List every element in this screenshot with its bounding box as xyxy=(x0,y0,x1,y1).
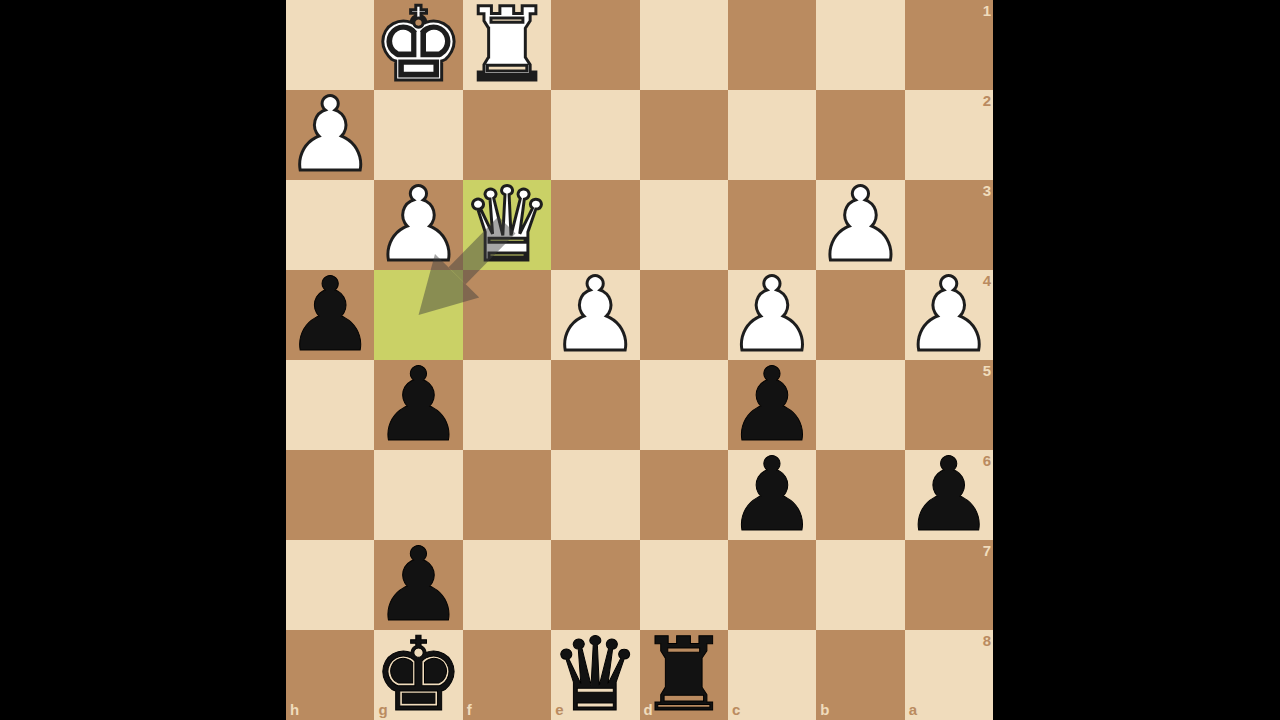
file-label-e: e xyxy=(555,702,563,717)
square-g5[interactable]: ♟ xyxy=(374,360,462,450)
square-h6[interactable] xyxy=(286,450,374,540)
rank-label-7: 7 xyxy=(983,543,991,558)
square-b6[interactable] xyxy=(816,450,904,540)
white-queen-f3[interactable]: ♛ xyxy=(461,174,552,276)
square-a1[interactable]: 1 xyxy=(905,0,993,90)
square-a4[interactable]: 4♟ xyxy=(905,270,993,360)
square-a6[interactable]: 6♟ xyxy=(905,450,993,540)
square-e4[interactable]: ♟ xyxy=(551,270,639,360)
square-b7[interactable] xyxy=(816,540,904,630)
square-b8[interactable]: b xyxy=(816,630,904,720)
video-frame: ♚♜1♟2♟♛♟3♟♟♟4♟♟♟5♟6♟♟7hg♚fe♛d♜cb8a xyxy=(0,0,1280,720)
white-king-g1[interactable]: ♚ xyxy=(373,0,464,96)
file-label-a: a xyxy=(909,702,917,717)
rank-label-8: 8 xyxy=(983,633,991,648)
square-f8[interactable]: f xyxy=(463,630,551,720)
letterbox-left xyxy=(0,0,286,720)
rank-label-3: 3 xyxy=(983,183,991,198)
square-f1[interactable]: ♜ xyxy=(463,0,551,90)
square-f3[interactable]: ♛ xyxy=(463,180,551,270)
square-c2[interactable] xyxy=(728,90,816,180)
rank-label-5: 5 xyxy=(983,363,991,378)
file-label-d: d xyxy=(644,702,653,717)
chess-board: ♚♜1♟2♟♛♟3♟♟♟4♟♟♟5♟6♟♟7hg♚fe♛d♜cb8a xyxy=(286,0,993,720)
square-d2[interactable] xyxy=(640,90,728,180)
rank-label-2: 2 xyxy=(983,93,991,108)
square-d6[interactable] xyxy=(640,450,728,540)
square-d4[interactable] xyxy=(640,270,728,360)
square-b3[interactable]: ♟ xyxy=(816,180,904,270)
square-d3[interactable] xyxy=(640,180,728,270)
square-e1[interactable] xyxy=(551,0,639,90)
square-c7[interactable] xyxy=(728,540,816,630)
file-label-c: c xyxy=(732,702,740,717)
letterbox-right xyxy=(993,0,1280,720)
white-pawn-g3[interactable]: ♟ xyxy=(373,174,464,276)
file-label-g: g xyxy=(378,702,387,717)
square-d1[interactable] xyxy=(640,0,728,90)
square-e2[interactable] xyxy=(551,90,639,180)
square-h7[interactable] xyxy=(286,540,374,630)
square-c6[interactable]: ♟ xyxy=(728,450,816,540)
square-f7[interactable] xyxy=(463,540,551,630)
square-b5[interactable] xyxy=(816,360,904,450)
square-g8[interactable]: g♚ xyxy=(374,630,462,720)
white-pawn-e4[interactable]: ♟ xyxy=(550,264,641,366)
square-a7[interactable]: 7 xyxy=(905,540,993,630)
square-d8[interactable]: d♜ xyxy=(640,630,728,720)
rank-label-1: 1 xyxy=(983,3,991,18)
square-e8[interactable]: e♛ xyxy=(551,630,639,720)
square-h4[interactable]: ♟ xyxy=(286,270,374,360)
white-pawn-a4[interactable]: ♟ xyxy=(903,264,994,366)
square-h8[interactable]: h xyxy=(286,630,374,720)
square-d5[interactable] xyxy=(640,360,728,450)
square-f4[interactable] xyxy=(463,270,551,360)
square-g3[interactable]: ♟ xyxy=(374,180,462,270)
square-e6[interactable] xyxy=(551,450,639,540)
square-b4[interactable] xyxy=(816,270,904,360)
file-label-f: f xyxy=(467,702,472,717)
white-pawn-b3[interactable]: ♟ xyxy=(815,174,906,276)
black-pawn-g5[interactable]: ♟ xyxy=(373,354,464,456)
square-h5[interactable] xyxy=(286,360,374,450)
file-label-b: b xyxy=(820,702,829,717)
square-g1[interactable]: ♚ xyxy=(374,0,462,90)
square-h2[interactable]: ♟ xyxy=(286,90,374,180)
file-label-h: h xyxy=(290,702,299,717)
black-pawn-h4[interactable]: ♟ xyxy=(284,264,375,366)
square-f5[interactable] xyxy=(463,360,551,450)
black-pawn-c6[interactable]: ♟ xyxy=(726,444,817,546)
square-a8[interactable]: 8a xyxy=(905,630,993,720)
square-c1[interactable] xyxy=(728,0,816,90)
square-e5[interactable] xyxy=(551,360,639,450)
square-a2[interactable]: 2 xyxy=(905,90,993,180)
square-b1[interactable] xyxy=(816,0,904,90)
square-f6[interactable] xyxy=(463,450,551,540)
square-c8[interactable]: c xyxy=(728,630,816,720)
white-rook-f1[interactable]: ♜ xyxy=(461,0,552,96)
rank-label-4: 4 xyxy=(983,273,991,288)
black-pawn-a6[interactable]: ♟ xyxy=(903,444,994,546)
white-pawn-h2[interactable]: ♟ xyxy=(284,84,375,186)
rank-label-6: 6 xyxy=(983,453,991,468)
